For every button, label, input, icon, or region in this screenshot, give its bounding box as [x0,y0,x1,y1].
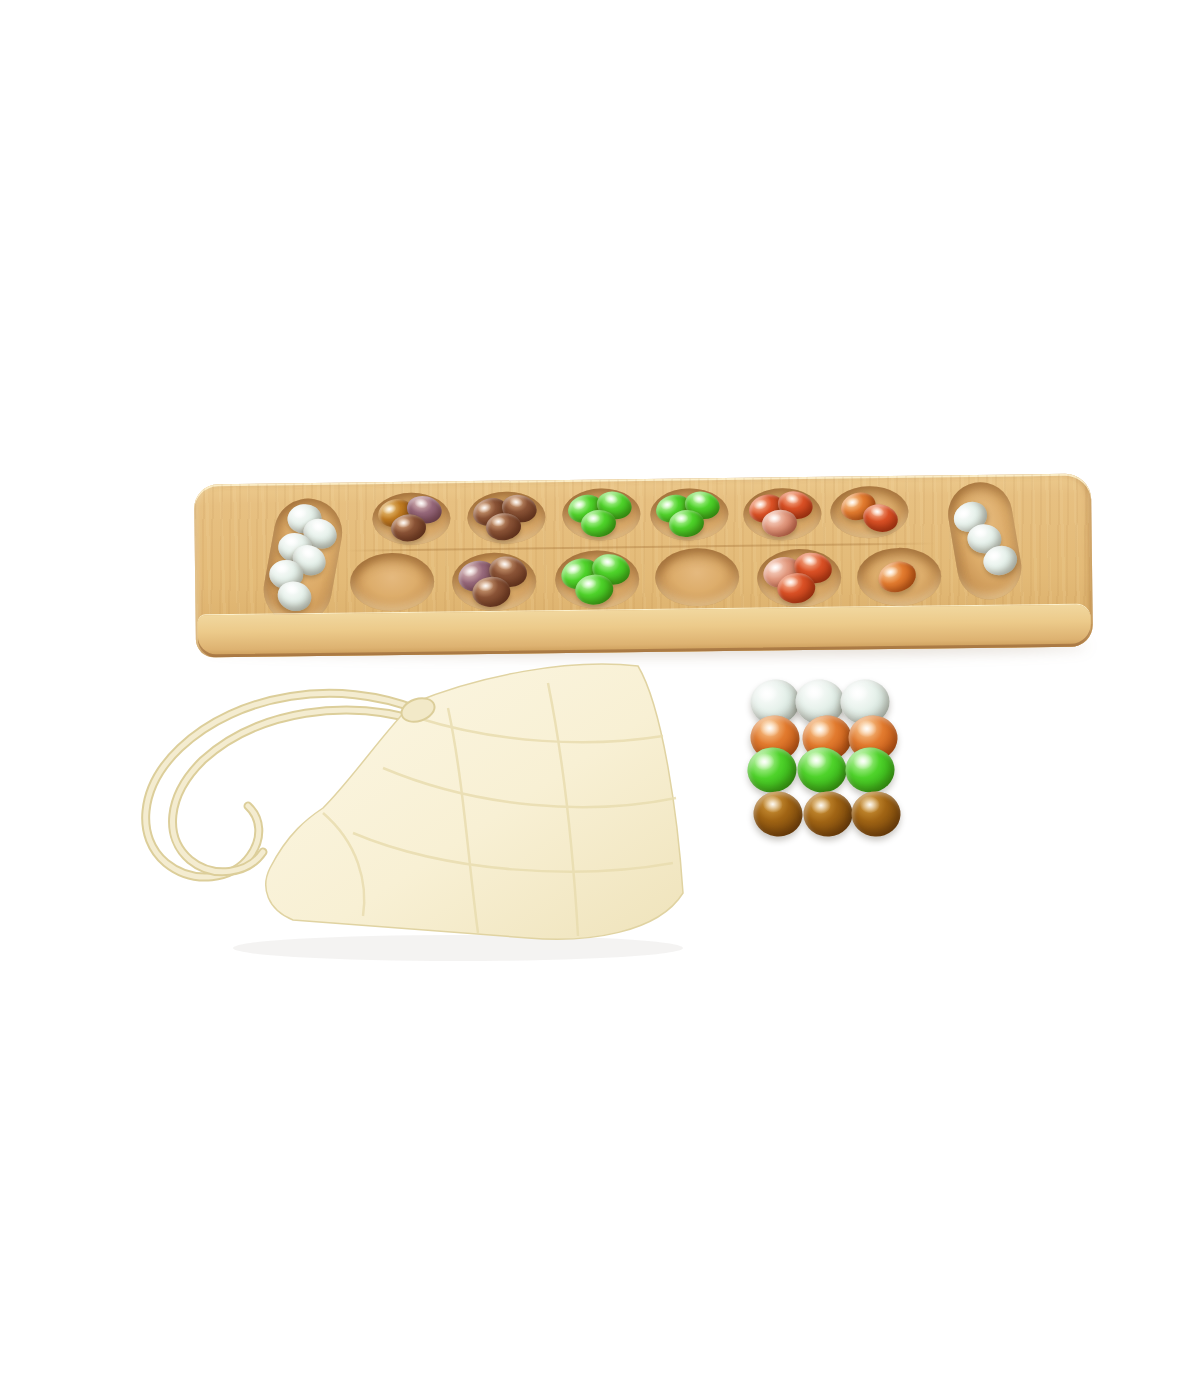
stone-highlight [844,495,861,509]
stone-highlight [292,507,307,519]
stone-highlight [803,682,825,701]
stone-highlight [784,492,801,505]
cloth-bag [118,648,703,963]
stone-highlight [782,576,799,589]
board-center-seam [345,542,935,551]
stone-highlight [762,794,785,814]
stone-highlight [986,549,1003,563]
stone-highlight [461,563,480,578]
stone-highlight [801,554,819,569]
pit-bottom-3[interactable] [555,550,640,609]
stone-highlight [396,517,412,529]
pit-top-4[interactable] [650,488,729,541]
pit-bottom-5[interactable] [757,549,842,608]
stone-highlight [759,718,782,738]
bag-drop-shadow [233,935,683,961]
stone-highlight [752,497,769,511]
stone-highlight [603,492,620,505]
loose-stones-grid [750,676,925,861]
stone-highlight [284,535,299,547]
stone-highlight [275,563,290,574]
stone-highlight [756,684,778,703]
stone-highlight [381,502,398,516]
stone-highlight [299,544,317,561]
stone-highlight [496,557,514,572]
stone-highlight [477,579,494,592]
stone-caramel [851,790,902,837]
stone-highlight [859,795,880,813]
stone-highlight [973,526,988,538]
stone-highlight [310,518,328,534]
stone-highlight [586,513,602,525]
stone-highlight [809,720,831,738]
store-left[interactable] [258,493,347,629]
stone-caramel [802,790,854,838]
stone-highlight [856,719,877,737]
pit-bottom-1[interactable] [350,553,435,612]
stone-highlight [491,516,507,528]
stone-highlight [599,555,617,570]
stone-highlight [766,559,785,574]
pit-top-1[interactable] [372,492,451,545]
stone-highlight [853,752,874,770]
stone-highlight [571,498,588,512]
store-right[interactable] [943,477,1026,604]
stone-highlight [767,512,783,524]
stone-highlight [955,505,973,521]
stone-highlight [848,684,869,702]
pit-top-5[interactable] [743,488,822,541]
stone-green [845,747,896,794]
pit-top-2[interactable] [467,491,546,544]
stone-highlight [508,495,525,508]
stone-highlight [659,497,676,511]
pit-top-3[interactable] [562,488,641,541]
mancala-product-photo: { "game": "mancala (kalah)", "descriptio… [0,0,1200,1400]
stone-highlight [580,577,597,590]
pit-bottom-6[interactable] [857,547,942,606]
stone-highlight [753,752,775,771]
mancala-board [194,474,1093,658]
stone-highlight [810,796,832,814]
pit-top-6[interactable] [830,486,909,539]
stone-highlight [869,505,886,518]
stone-highlight [284,582,301,597]
stone-highlight [674,512,690,524]
stone-highlight [691,492,708,505]
stone-caramel [751,788,806,839]
stone-highlight [805,750,827,769]
stone-highlight [564,561,583,576]
stone-highlight [476,501,493,515]
board-surface [194,474,1093,616]
pit-bottom-4[interactable] [655,548,740,607]
stone-orange [874,557,919,597]
stone-highlight [413,496,430,509]
stone-highlight [881,565,900,580]
pit-bottom-2[interactable] [452,552,537,611]
